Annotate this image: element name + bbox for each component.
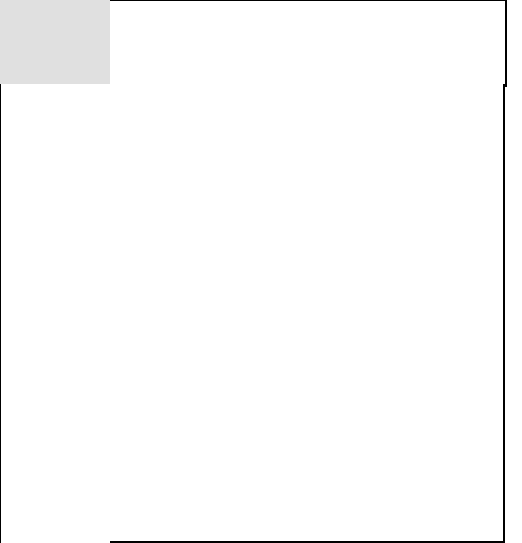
corner-watermark-block (0, 0, 111, 84)
site-label (505, 0, 522, 543)
puzzle-grid[interactable] (110, 84, 505, 543)
nonogram-puzzle (0, 0, 522, 543)
column-clues (110, 0, 507, 87)
row-clues (0, 84, 111, 543)
